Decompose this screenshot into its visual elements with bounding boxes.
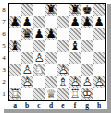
square-c6[interactable]: ♟ bbox=[33, 28, 45, 40]
square-g5[interactable] bbox=[81, 40, 93, 52]
square-c2[interactable] bbox=[33, 76, 45, 88]
square-h2[interactable]: ♟♙ bbox=[93, 76, 105, 88]
square-g1[interactable]: ♚♔ bbox=[81, 88, 93, 100]
square-b6[interactable]: ♛ bbox=[21, 28, 33, 40]
square-d4[interactable] bbox=[45, 52, 57, 64]
square-a4[interactable] bbox=[9, 52, 21, 64]
square-a7[interactable]: ♟ bbox=[9, 16, 21, 28]
square-e7[interactable] bbox=[57, 16, 69, 28]
square-a1[interactable]: ♜♖ bbox=[9, 88, 21, 100]
square-h6[interactable] bbox=[93, 28, 105, 40]
square-h5[interactable] bbox=[93, 40, 105, 52]
white-pawn[interactable]: ♟♙ bbox=[93, 76, 105, 88]
black-queen[interactable]: ♛ bbox=[21, 28, 33, 40]
file-label-d: d bbox=[45, 101, 57, 111]
square-f7[interactable]: ♟ bbox=[69, 16, 81, 28]
rank-labels: 87654321 bbox=[0, 3, 8, 111]
white-king[interactable]: ♚♔ bbox=[81, 88, 93, 100]
square-e6[interactable] bbox=[57, 28, 69, 40]
square-d1[interactable]: ♛♕ bbox=[45, 88, 57, 100]
file-label-b: b bbox=[21, 101, 33, 111]
black-bishop[interactable]: ♝ bbox=[69, 40, 81, 52]
square-a3[interactable] bbox=[9, 64, 21, 76]
board-card: 87654321 ♜♜♚♟♟♟♟♟♛♟♟♝♝♟♙♟♙♞♘♟♙♟♙♝♗♟♙♟♙♟♙… bbox=[0, 0, 107, 109]
black-pawn[interactable]: ♟ bbox=[69, 16, 81, 28]
square-b2[interactable]: ♟♙ bbox=[21, 76, 33, 88]
rank-label-1: 1 bbox=[0, 88, 8, 100]
black-pawn[interactable]: ♟ bbox=[9, 16, 21, 28]
black-pawn[interactable]: ♟ bbox=[81, 16, 93, 28]
square-c8[interactable] bbox=[33, 4, 45, 16]
rank-label-3: 3 bbox=[0, 64, 8, 76]
rank-label-7: 7 bbox=[0, 16, 8, 28]
square-f4[interactable] bbox=[69, 52, 81, 64]
white-piece-outline: ♗ bbox=[57, 76, 69, 88]
rank-label-6: 6 bbox=[0, 28, 8, 40]
square-g7[interactable]: ♟ bbox=[81, 16, 93, 28]
square-h7[interactable]: ♟ bbox=[93, 16, 105, 28]
square-e1[interactable] bbox=[57, 88, 69, 100]
black-rook[interactable]: ♜ bbox=[45, 4, 57, 16]
square-f5[interactable]: ♝ bbox=[69, 40, 81, 52]
white-rook[interactable]: ♜♖ bbox=[9, 88, 21, 100]
white-knight[interactable]: ♞♘ bbox=[33, 64, 45, 76]
file-label-c: c bbox=[33, 101, 45, 111]
square-d6[interactable]: ♟ bbox=[45, 28, 57, 40]
file-label-e: e bbox=[57, 101, 69, 111]
file-labels: abcdefgh bbox=[9, 101, 106, 111]
square-f1[interactable]: ♜♖ bbox=[69, 88, 81, 100]
black-pawn[interactable]: ♟ bbox=[93, 16, 105, 28]
file-label-g: g bbox=[81, 101, 93, 111]
rank-label-2: 2 bbox=[0, 76, 8, 88]
white-bishop[interactable]: ♝♗ bbox=[57, 76, 69, 88]
black-pawn[interactable]: ♟ bbox=[33, 28, 45, 40]
file-label-f: f bbox=[69, 101, 81, 111]
white-piece-outline: ♔ bbox=[81, 88, 93, 100]
square-d5[interactable] bbox=[45, 40, 57, 52]
rank-label-5: 5 bbox=[0, 40, 8, 52]
square-g4[interactable] bbox=[81, 52, 93, 64]
square-b1[interactable] bbox=[21, 88, 33, 100]
square-c3[interactable]: ♞♘ bbox=[33, 64, 45, 76]
white-piece-outline: ♖ bbox=[69, 88, 81, 100]
white-pawn[interactable]: ♟♙ bbox=[21, 76, 33, 88]
black-pawn[interactable]: ♟ bbox=[45, 28, 57, 40]
square-e2[interactable]: ♝♗ bbox=[57, 76, 69, 88]
white-piece-outline: ♙ bbox=[21, 76, 33, 88]
square-d3[interactable] bbox=[45, 64, 57, 76]
square-b5[interactable] bbox=[21, 40, 33, 52]
white-piece-outline: ♘ bbox=[33, 64, 45, 76]
chess-diagram: 87654321 ♜♜♚♟♟♟♟♟♛♟♟♝♝♟♙♟♙♞♘♟♙♟♙♝♗♟♙♟♙♟♙… bbox=[0, 0, 111, 113]
white-piece-outline: ♖ bbox=[9, 88, 21, 100]
square-g6[interactable] bbox=[81, 28, 93, 40]
square-a5[interactable]: ♝ bbox=[9, 40, 21, 52]
white-queen[interactable]: ♛♕ bbox=[45, 88, 57, 100]
square-e8[interactable] bbox=[57, 4, 69, 16]
rank-label-4: 4 bbox=[0, 52, 8, 64]
rank-label-8: 8 bbox=[0, 4, 8, 16]
file-label-a: a bbox=[9, 101, 21, 111]
white-rook[interactable]: ♜♖ bbox=[69, 88, 81, 100]
black-bishop[interactable]: ♝ bbox=[9, 40, 21, 52]
square-c1[interactable] bbox=[33, 88, 45, 100]
white-piece-outline: ♙ bbox=[93, 76, 105, 88]
chess-board: ♜♜♚♟♟♟♟♟♛♟♟♝♝♟♙♟♙♞♘♟♙♟♙♝♗♟♙♟♙♟♙♜♖♛♕♜♖♚♔ bbox=[8, 3, 106, 101]
square-h4[interactable] bbox=[93, 52, 105, 64]
white-piece-outline: ♕ bbox=[45, 88, 57, 100]
file-label-h: h bbox=[93, 101, 105, 111]
square-e5[interactable] bbox=[57, 40, 69, 52]
square-d8[interactable]: ♜ bbox=[45, 4, 57, 16]
square-h1[interactable] bbox=[93, 88, 105, 100]
